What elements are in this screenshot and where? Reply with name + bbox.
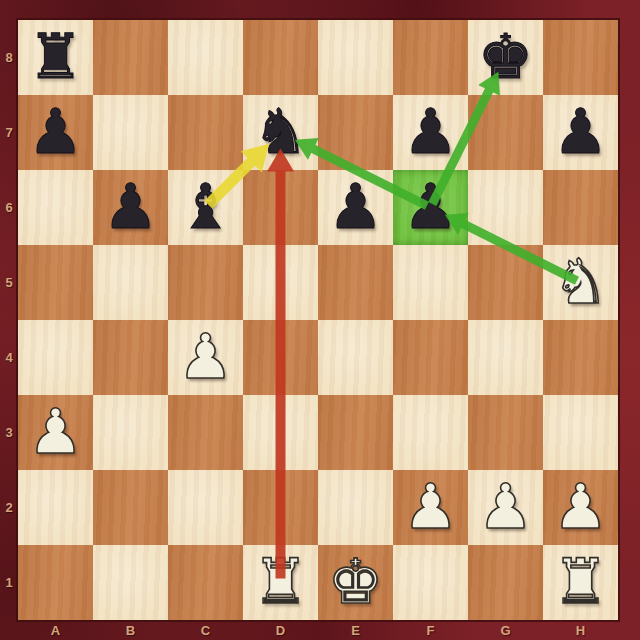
square-g1[interactable] <box>468 545 543 620</box>
white-pawn-c4[interactable]: ♟ <box>168 320 243 395</box>
square-g3[interactable] <box>468 395 543 470</box>
white-pawn-g2[interactable]: ♟ <box>468 470 543 545</box>
white-rook-h1[interactable]: ♜ <box>543 545 618 620</box>
square-e4[interactable] <box>318 320 393 395</box>
square-a4[interactable] <box>18 320 93 395</box>
rank-label-5: 5 <box>0 245 18 320</box>
square-f3[interactable] <box>393 395 468 470</box>
black-pawn-f7[interactable]: ♟ <box>393 95 468 170</box>
black-rook-a8[interactable]: ♜ <box>18 20 93 95</box>
black-bishop-c6[interactable]: ♝ <box>168 170 243 245</box>
rank-label-8: 8 <box>0 20 18 95</box>
black-king-g8[interactable]: ♚ <box>468 20 543 95</box>
square-c2[interactable] <box>168 470 243 545</box>
square-c5[interactable] <box>168 245 243 320</box>
square-c3[interactable] <box>168 395 243 470</box>
square-d8[interactable] <box>243 20 318 95</box>
square-h4[interactable] <box>543 320 618 395</box>
square-g7[interactable] <box>468 95 543 170</box>
rank-label-4: 4 <box>0 320 18 395</box>
square-e5[interactable] <box>318 245 393 320</box>
white-pawn-h2[interactable]: ♟ <box>543 470 618 545</box>
white-rook-d1[interactable]: ♜ <box>243 545 318 620</box>
square-f8[interactable] <box>393 20 468 95</box>
square-b7[interactable] <box>93 95 168 170</box>
square-g6[interactable] <box>468 170 543 245</box>
square-e3[interactable] <box>318 395 393 470</box>
black-pawn-a7[interactable]: ♟ <box>18 95 93 170</box>
square-d3[interactable] <box>243 395 318 470</box>
square-b1[interactable] <box>93 545 168 620</box>
square-a1[interactable] <box>18 545 93 620</box>
square-a5[interactable] <box>18 245 93 320</box>
black-pawn-e6[interactable]: ♟ <box>318 170 393 245</box>
rank-label-3: 3 <box>0 395 18 470</box>
rank-label-6: 6 <box>0 170 18 245</box>
square-h6[interactable] <box>543 170 618 245</box>
square-d6[interactable] <box>243 170 318 245</box>
square-c8[interactable] <box>168 20 243 95</box>
square-b2[interactable] <box>93 470 168 545</box>
square-a2[interactable] <box>18 470 93 545</box>
black-pawn-f6[interactable]: ♟ <box>393 170 468 245</box>
white-knight-h5[interactable]: ♞ <box>543 245 618 320</box>
black-knight-d7[interactable]: ♞ <box>243 95 318 170</box>
square-h3[interactable] <box>543 395 618 470</box>
square-h8[interactable] <box>543 20 618 95</box>
white-pawn-f2[interactable]: ♟ <box>393 470 468 545</box>
white-king-e1[interactable]: ♚ <box>318 545 393 620</box>
black-pawn-b6[interactable]: ♟ <box>93 170 168 245</box>
file-label-c: C <box>168 620 243 640</box>
square-f5[interactable] <box>393 245 468 320</box>
file-label-h: H <box>543 620 618 640</box>
file-label-a: A <box>18 620 93 640</box>
square-d2[interactable] <box>243 470 318 545</box>
square-f4[interactable] <box>393 320 468 395</box>
square-g5[interactable] <box>468 245 543 320</box>
square-b5[interactable] <box>93 245 168 320</box>
square-b4[interactable] <box>93 320 168 395</box>
square-a6[interactable] <box>18 170 93 245</box>
square-g4[interactable] <box>468 320 543 395</box>
white-pawn-a3[interactable]: ♟ <box>18 395 93 470</box>
square-f1[interactable] <box>393 545 468 620</box>
rank-label-1: 1 <box>0 545 18 620</box>
chess-board-frame: ♜♚♟♞♟♟♟♝♟♟♞♟♟♟♟♟♜♚♜ 87654321 ABCDEFGH <box>0 0 640 640</box>
file-label-b: B <box>93 620 168 640</box>
square-d4[interactable] <box>243 320 318 395</box>
square-e7[interactable] <box>318 95 393 170</box>
file-label-e: E <box>318 620 393 640</box>
file-label-g: G <box>468 620 543 640</box>
square-b3[interactable] <box>93 395 168 470</box>
square-b8[interactable] <box>93 20 168 95</box>
file-label-f: F <box>393 620 468 640</box>
square-c1[interactable] <box>168 545 243 620</box>
square-e2[interactable] <box>318 470 393 545</box>
black-pawn-h7[interactable]: ♟ <box>543 95 618 170</box>
square-d5[interactable] <box>243 245 318 320</box>
chess-board: ♜♚♟♞♟♟♟♝♟♟♞♟♟♟♟♟♜♚♜ <box>18 20 618 620</box>
rank-label-2: 2 <box>0 470 18 545</box>
rank-label-7: 7 <box>0 95 18 170</box>
square-c7[interactable] <box>168 95 243 170</box>
file-label-d: D <box>243 620 318 640</box>
square-e8[interactable] <box>318 20 393 95</box>
